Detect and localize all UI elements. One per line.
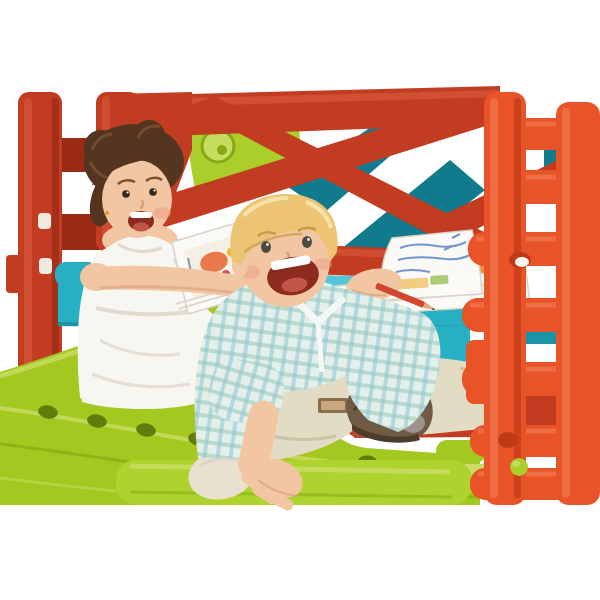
panel-grip-knob (202, 130, 234, 162)
green-knob (510, 458, 528, 476)
playground-photo: Two laughing toddlers playing with pictu… (0, 0, 600, 600)
girl-hair-bun-left (84, 130, 118, 164)
girl-earring (105, 211, 109, 215)
